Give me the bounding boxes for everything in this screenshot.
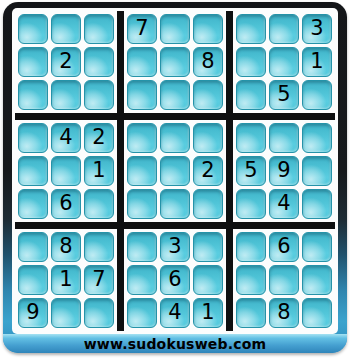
cell-r7c9[interactable] <box>302 232 332 262</box>
cell-r2c6[interactable]: 8 <box>193 47 223 77</box>
sudoku-grid: 278315421625948179364168 <box>15 11 335 331</box>
cell-r5c3[interactable]: 1 <box>84 156 114 186</box>
cell-digit: 3 <box>310 18 323 39</box>
cell-digit: 9 <box>277 160 290 181</box>
cell-r7c7[interactable] <box>236 232 266 262</box>
cell-digit: 4 <box>168 302 181 323</box>
cell-r1c8[interactable] <box>269 14 299 44</box>
cell-r4c3[interactable]: 2 <box>84 123 114 153</box>
cell-r1c6[interactable] <box>193 14 223 44</box>
cell-r6c7[interactable] <box>236 189 266 219</box>
cell-r2c8[interactable] <box>269 47 299 77</box>
cell-digit: 2 <box>92 127 105 148</box>
cell-r7c3[interactable] <box>84 232 114 262</box>
cell-r8c5[interactable]: 6 <box>160 265 190 295</box>
cell-r7c4[interactable] <box>127 232 157 262</box>
cell-digit: 6 <box>277 236 290 257</box>
cell-r4c5[interactable] <box>160 123 190 153</box>
cell-r9c3[interactable] <box>84 298 114 328</box>
cell-r9c7[interactable] <box>236 298 266 328</box>
cell-digit: 8 <box>59 236 72 257</box>
block-r2c1: 4216 <box>15 120 117 222</box>
cell-digit: 3 <box>168 236 181 257</box>
cell-r5c7[interactable]: 5 <box>236 156 266 186</box>
cell-r2c4[interactable] <box>127 47 157 77</box>
cell-r3c3[interactable] <box>84 80 114 110</box>
cell-r1c3[interactable] <box>84 14 114 44</box>
cell-r9c9[interactable] <box>302 298 332 328</box>
cell-r3c5[interactable] <box>160 80 190 110</box>
cell-digit: 5 <box>277 84 290 105</box>
cell-digit: 1 <box>310 51 323 72</box>
cell-r6c2[interactable]: 6 <box>51 189 81 219</box>
cell-r5c5[interactable] <box>160 156 190 186</box>
cell-r3c6[interactable] <box>193 80 223 110</box>
cell-r9c2[interactable] <box>51 298 81 328</box>
cell-digit: 1 <box>92 160 105 181</box>
footer-bar: www.sudokusweb.com <box>3 334 347 353</box>
cell-r2c1[interactable] <box>18 47 48 77</box>
cell-r3c7[interactable] <box>236 80 266 110</box>
cell-digit: 6 <box>168 269 181 290</box>
cell-r6c5[interactable] <box>160 189 190 219</box>
cell-digit: 2 <box>59 51 72 72</box>
block-r1c2: 78 <box>124 11 226 113</box>
cell-r1c7[interactable] <box>236 14 266 44</box>
cell-r1c1[interactable] <box>18 14 48 44</box>
cell-r3c2[interactable] <box>51 80 81 110</box>
cell-r7c1[interactable] <box>18 232 48 262</box>
cell-digit: 1 <box>201 302 214 323</box>
cell-r4c9[interactable] <box>302 123 332 153</box>
cell-r6c8[interactable]: 4 <box>269 189 299 219</box>
cell-r9c5[interactable]: 4 <box>160 298 190 328</box>
cell-r8c1[interactable] <box>18 265 48 295</box>
cell-r3c8[interactable]: 5 <box>269 80 299 110</box>
cell-r5c9[interactable] <box>302 156 332 186</box>
cell-r9c4[interactable] <box>127 298 157 328</box>
block-r1c3: 315 <box>233 11 335 113</box>
cell-r1c4[interactable]: 7 <box>127 14 157 44</box>
cell-digit: 2 <box>201 160 214 181</box>
cell-r8c8[interactable] <box>269 265 299 295</box>
cell-r3c1[interactable] <box>18 80 48 110</box>
block-r2c2: 2 <box>124 120 226 222</box>
cell-digit: 6 <box>59 193 72 214</box>
cell-digit: 8 <box>277 302 290 323</box>
cell-r2c5[interactable] <box>160 47 190 77</box>
cell-r8c7[interactable] <box>236 265 266 295</box>
cell-r5c1[interactable] <box>18 156 48 186</box>
cell-digit: 5 <box>244 160 257 181</box>
cell-r8c6[interactable] <box>193 265 223 295</box>
cell-r8c4[interactable] <box>127 265 157 295</box>
cell-r7c2[interactable]: 8 <box>51 232 81 262</box>
cell-r4c8[interactable] <box>269 123 299 153</box>
cell-r7c8[interactable]: 6 <box>269 232 299 262</box>
cell-r7c6[interactable] <box>193 232 223 262</box>
sudoku-board: 278315421625948179364168 <box>12 8 338 334</box>
cell-r3c9[interactable] <box>302 80 332 110</box>
cell-digit: 9 <box>26 302 39 323</box>
cell-r9c6[interactable]: 1 <box>193 298 223 328</box>
cell-digit: 4 <box>277 193 290 214</box>
block-r3c3: 68 <box>233 229 335 331</box>
cell-r9c8[interactable]: 8 <box>269 298 299 328</box>
cell-digit: 8 <box>201 51 214 72</box>
site-url: www.sudokusweb.com <box>84 336 267 352</box>
cell-r4c6[interactable] <box>193 123 223 153</box>
cell-r2c2[interactable]: 2 <box>51 47 81 77</box>
cell-r5c2[interactable] <box>51 156 81 186</box>
block-r3c2: 3641 <box>124 229 226 331</box>
cell-r1c5[interactable] <box>160 14 190 44</box>
cell-r7c5[interactable]: 3 <box>160 232 190 262</box>
cell-r2c7[interactable] <box>236 47 266 77</box>
cell-digit: 4 <box>59 127 72 148</box>
block-r1c1: 2 <box>15 11 117 113</box>
cell-r6c3[interactable] <box>84 189 114 219</box>
cell-r6c1[interactable] <box>18 189 48 219</box>
cell-r1c9[interactable]: 3 <box>302 14 332 44</box>
board-frame: 278315421625948179364168 www.sudokusweb.… <box>3 2 347 353</box>
cell-r8c2[interactable]: 1 <box>51 265 81 295</box>
cell-digit: 1 <box>59 269 72 290</box>
cell-r8c9[interactable] <box>302 265 332 295</box>
cell-r2c9[interactable]: 1 <box>302 47 332 77</box>
cell-r4c7[interactable] <box>236 123 266 153</box>
cell-r4c2[interactable]: 4 <box>51 123 81 153</box>
cell-r4c1[interactable] <box>18 123 48 153</box>
cell-r9c1[interactable]: 9 <box>18 298 48 328</box>
cell-r1c2[interactable] <box>51 14 81 44</box>
cell-r5c8[interactable]: 9 <box>269 156 299 186</box>
cell-digit: 7 <box>135 18 148 39</box>
cell-r6c6[interactable] <box>193 189 223 219</box>
cell-r4c4[interactable] <box>127 123 157 153</box>
block-r3c1: 8179 <box>15 229 117 331</box>
cell-r6c9[interactable] <box>302 189 332 219</box>
block-r2c3: 594 <box>233 120 335 222</box>
cell-r5c6[interactable]: 2 <box>193 156 223 186</box>
cell-r2c3[interactable] <box>84 47 114 77</box>
cell-r8c3[interactable]: 7 <box>84 265 114 295</box>
cell-r5c4[interactable] <box>127 156 157 186</box>
cell-r3c4[interactable] <box>127 80 157 110</box>
cell-digit: 7 <box>92 269 105 290</box>
cell-r6c4[interactable] <box>127 189 157 219</box>
